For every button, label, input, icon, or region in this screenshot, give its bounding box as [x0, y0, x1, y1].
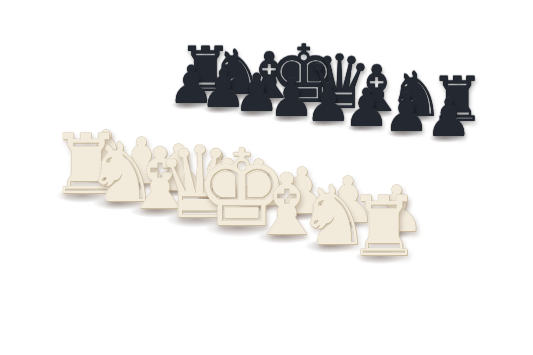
coord-label-1: 1	[420, 263, 430, 270]
coord-label-5: 5	[462, 176, 470, 181]
coord-label-3: 3	[443, 216, 452, 222]
coord-label-8: 8	[486, 126, 493, 130]
piece-black-pawn-h7[interactable]: ♟	[425, 94, 471, 146]
coord-label-6: 6	[471, 158, 479, 163]
chess-set-photo: aabbccddeeffgghh1122334455667788 ♜♞♝♚♟♛♟…	[0, 0, 533, 355]
coord-label-6: 6	[148, 114, 156, 117]
piece-white-rook-h1[interactable]: ♜	[347, 185, 421, 268]
coord-label-7: 7	[479, 142, 487, 146]
coord-label-2: 2	[432, 238, 441, 244]
coord-label-4: 4	[453, 195, 462, 200]
pieces-layer: ♜♞♝♚♟♛♟♝♟♟♞♟♜♟♟♟♟♟♟♜♟♞♟♝♟♛♟♚♟♝♞♜	[0, 0, 533, 355]
coord-label-h: h	[368, 274, 378, 281]
piece-black-pawn-g7[interactable]: ♟	[383, 88, 429, 140]
